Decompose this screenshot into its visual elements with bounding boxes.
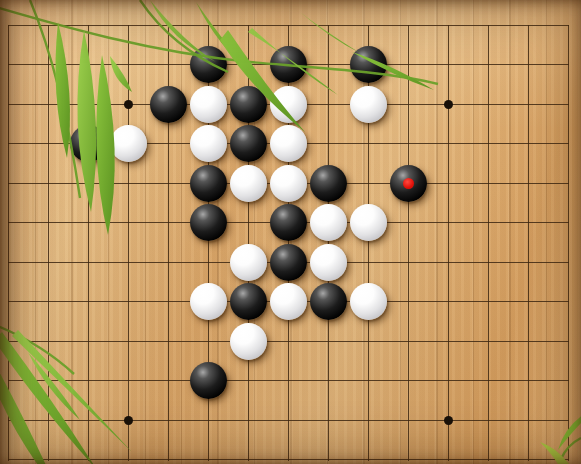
last-move-black-stone <box>390 165 427 202</box>
white-stone <box>190 283 227 320</box>
black-stone <box>310 165 347 202</box>
black-stone <box>230 125 267 162</box>
black-stone <box>230 86 267 123</box>
white-stone <box>350 86 387 123</box>
black-stone <box>190 46 227 83</box>
white-stone <box>350 204 387 241</box>
gomoku-board <box>0 0 581 464</box>
black-stone <box>270 46 307 83</box>
last-move-marker <box>403 178 414 189</box>
white-stone <box>110 125 147 162</box>
white-stone <box>350 283 387 320</box>
black-stone <box>270 204 307 241</box>
star-point <box>124 100 133 109</box>
white-stone <box>270 165 307 202</box>
white-stone <box>230 244 267 281</box>
star-point <box>124 416 133 425</box>
black-stone <box>350 46 387 83</box>
black-stone <box>190 362 227 399</box>
black-stone <box>270 244 307 281</box>
white-stone <box>270 86 307 123</box>
black-stone <box>190 204 227 241</box>
white-stone <box>310 204 347 241</box>
white-stone <box>270 283 307 320</box>
star-point <box>444 416 453 425</box>
white-stone <box>310 244 347 281</box>
black-stone <box>190 165 227 202</box>
black-stone <box>150 86 187 123</box>
black-stone <box>70 125 107 162</box>
white-stone <box>190 125 227 162</box>
black-stone <box>230 283 267 320</box>
white-stone <box>270 125 307 162</box>
white-stone <box>230 165 267 202</box>
black-stone <box>310 283 347 320</box>
white-stone <box>230 323 267 360</box>
star-point <box>444 100 453 109</box>
white-stone <box>190 86 227 123</box>
